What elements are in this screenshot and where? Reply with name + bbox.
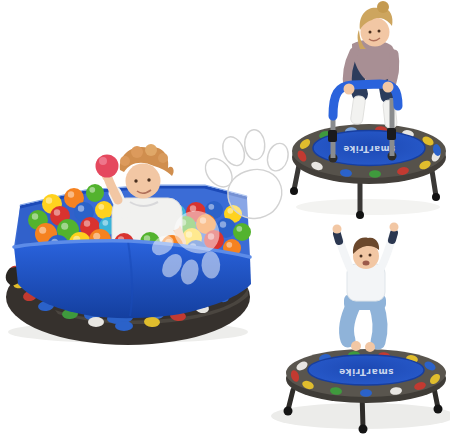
ball-highlight	[46, 197, 52, 203]
leg-foot	[434, 405, 443, 414]
toddler-eye	[147, 178, 150, 181]
ball-highlight	[39, 227, 46, 234]
base-mat-spot	[88, 317, 104, 327]
boy-foot	[351, 341, 361, 351]
ball-highlight	[102, 220, 108, 226]
ball-highlight	[98, 204, 104, 210]
held-ball	[96, 155, 119, 178]
leg-foot	[356, 211, 364, 219]
girl-hand	[344, 84, 355, 95]
boy-cuff	[337, 234, 339, 241]
toddler-hair-curl	[158, 153, 168, 163]
toddler-eye	[134, 179, 137, 182]
photo-canvas: smarTrike	[0, 0, 450, 435]
ball-highlight	[190, 205, 196, 211]
handlebar-clamp	[328, 130, 337, 142]
boy-eye	[369, 254, 372, 257]
leg-foot	[432, 193, 440, 201]
girl-eye	[369, 31, 372, 34]
toddler-hair-curl	[120, 156, 130, 166]
ball-highlight	[54, 209, 60, 215]
girl-hair-bun	[377, 1, 389, 13]
toddler-left-sleeve	[166, 212, 174, 224]
toddler-hair-curl	[131, 146, 143, 158]
ball-highlight	[93, 233, 100, 240]
held-ball-highlight	[99, 157, 107, 165]
boy-smile	[363, 261, 370, 266]
ball-highlight	[61, 223, 68, 230]
ball	[95, 201, 113, 219]
boy-cuff	[392, 233, 394, 240]
product-photo: smarTrike	[0, 0, 450, 435]
girl-arm	[391, 54, 395, 86]
ball-highlight	[68, 191, 74, 197]
ball-highlight	[220, 221, 226, 227]
leg-foot	[359, 425, 368, 434]
ball-highlight	[226, 242, 232, 248]
girl-eye	[378, 30, 381, 33]
trampoline1-shadow	[296, 199, 440, 215]
ball-highlight	[89, 187, 95, 193]
boy-hand	[333, 225, 342, 234]
ball-highlight	[84, 220, 90, 226]
ball-highlight	[32, 213, 38, 219]
pad-spot	[369, 170, 381, 178]
pad-spot	[360, 389, 372, 397]
ball-highlight	[208, 204, 214, 210]
boy-foot	[365, 342, 375, 352]
leg-foot	[284, 407, 293, 416]
base-mat-spot	[115, 321, 133, 331]
ball-highlight	[236, 226, 242, 232]
ball-highlight	[78, 205, 84, 211]
ball	[86, 184, 104, 202]
boy-eye	[360, 255, 363, 258]
handlebar-clamp	[387, 128, 396, 140]
trampoline2-brand-text: smarTrike	[338, 367, 393, 377]
leg-foot	[290, 187, 298, 195]
ball	[233, 223, 251, 241]
trampoline1-brand-text: smarTrike	[343, 144, 395, 154]
boy-hand	[390, 223, 399, 232]
toddler-hair-curl	[145, 144, 157, 156]
girl-hand	[383, 82, 394, 93]
